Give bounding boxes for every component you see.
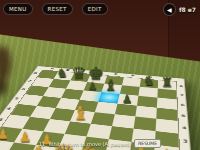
chessboard-3d: ♞♛♚♞♜♟♝♟♝♟♟♟♟♟♜♞♛♚ AA11BB22CC33DD44EE55F…	[0, 66, 195, 150]
square-e4[interactable]	[91, 112, 115, 126]
rank-label-left-5: 5	[14, 97, 20, 100]
edit-button[interactable]: EDIT	[82, 3, 108, 15]
rank-label-right-6: 6	[181, 103, 185, 106]
black-bishop[interactable]: ♝	[99, 77, 123, 93]
black-pawn[interactable]: ♟	[114, 93, 139, 104]
last-move-label: f8 e7	[179, 6, 196, 13]
rank-label-right-4: 4	[182, 126, 187, 130]
turn-status-text: 11. White's turn to move (AI paused)	[39, 141, 131, 147]
black-rook[interactable]: ♜	[155, 76, 179, 89]
resume-button[interactable]: RESUME	[134, 139, 161, 148]
undo-back-icon[interactable]: ◀	[163, 3, 176, 16]
square-f6[interactable]: ♟	[117, 94, 138, 106]
top-toolbar: MENU RESET EDIT	[3, 3, 108, 15]
rank-label-left-3: 3	[0, 118, 4, 122]
square-h8[interactable]: ♜	[158, 80, 176, 90]
rank-label-right-5: 5	[181, 114, 186, 118]
square-d4[interactable]: ♝	[70, 110, 95, 124]
file-label-top-f: F	[131, 74, 135, 77]
square-g4[interactable]	[134, 117, 157, 132]
rank-label-left-7: 7	[27, 80, 32, 83]
menu-button[interactable]: MENU	[3, 3, 33, 15]
rank-label-left-4: 4	[6, 107, 12, 111]
reset-button[interactable]: RESET	[42, 3, 73, 15]
rank-label-left-6: 6	[21, 88, 27, 91]
status-bar: 11. White's turn to move (AI paused) RES…	[0, 139, 200, 148]
board-frame: ♞♛♚♞♜♟♝♟♝♟♟♟♟♟♜♞♛♚ AA11BB22CC33DD44EE55F…	[0, 66, 195, 150]
rank-label-left-8: 8	[33, 72, 38, 75]
rank-label-right-7: 7	[180, 94, 184, 97]
game-screen: ♞♛♚♞♜♟♝♟♝♟♟♟♟♟♜♞♛♚ AA11BB22CC33DD44EE55F…	[0, 0, 200, 150]
last-move-indicator: ◀ f8 e7	[163, 3, 196, 16]
rank-label-right-8: 8	[179, 85, 183, 88]
white-bishop[interactable]: ♝	[67, 104, 95, 122]
